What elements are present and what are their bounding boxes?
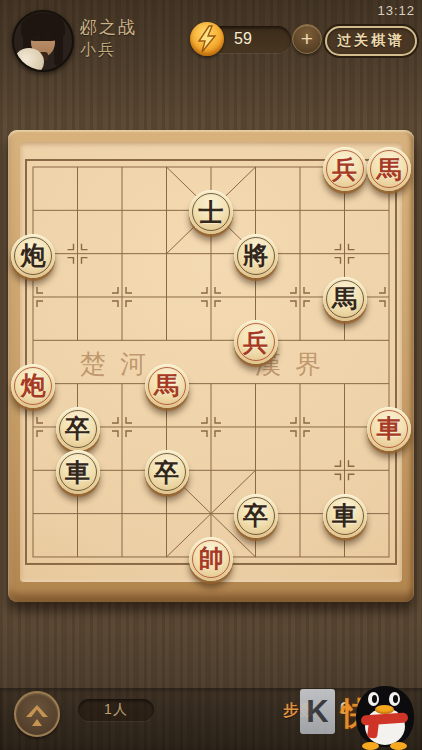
piece-character: 卒 [65, 416, 90, 441]
xiangqi-piece-red[interactable]: 炮 [11, 364, 55, 408]
piece-character: 車 [65, 460, 90, 485]
xiangqi-piece-red[interactable]: 馬 [367, 147, 411, 191]
piece-character: 馬 [332, 286, 357, 311]
piece-character: 炮 [21, 243, 46, 268]
pieces-layer: 兵馬士炮將馬兵炮馬卒車車卒卒車帥 [0, 0, 422, 750]
xiangqi-piece-black[interactable]: 卒 [145, 450, 189, 494]
xiangqi-piece-black[interactable]: 將 [234, 234, 278, 278]
xiangqi-piece-red[interactable]: 兵 [234, 320, 278, 364]
piece-character: 車 [377, 416, 402, 441]
xiangqi-piece-black[interactable]: 卒 [234, 494, 278, 538]
xiangqi-piece-black[interactable]: 士 [189, 190, 233, 234]
piece-character: 炮 [21, 373, 46, 398]
xiangqi-piece-black[interactable]: 車 [323, 494, 367, 538]
k-watermark-badge: K [300, 689, 335, 734]
xiangqi-piece-black[interactable]: 卒 [56, 407, 100, 451]
piece-character: 卒 [243, 503, 268, 528]
xiangqi-piece-red[interactable]: 兵 [323, 147, 367, 191]
xiangqi-app-screen: 13:12 邲之战 小兵 59 + 过关棋谱 楚河 漢界 兵馬士炮將馬兵炮馬卒車… [0, 0, 422, 750]
xiangqi-piece-black[interactable]: 車 [56, 450, 100, 494]
qq-penguin-icon [352, 684, 418, 750]
piece-character: 士 [199, 200, 224, 225]
xiangqi-piece-red[interactable]: 車 [367, 407, 411, 451]
piece-character: 馬 [377, 157, 402, 182]
piece-character: 卒 [154, 460, 179, 485]
piece-character: 帥 [199, 546, 224, 571]
piece-character: 車 [332, 503, 357, 528]
piece-character: 馬 [154, 373, 179, 398]
piece-character: 將 [243, 243, 268, 268]
xiangqi-piece-black[interactable]: 馬 [323, 277, 367, 321]
xiangqi-piece-black[interactable]: 炮 [11, 234, 55, 278]
piece-character: 兵 [332, 157, 357, 182]
xiangqi-piece-red[interactable]: 帥 [189, 537, 233, 581]
xiangqi-piece-red[interactable]: 馬 [145, 364, 189, 408]
piece-character: 兵 [243, 330, 268, 355]
